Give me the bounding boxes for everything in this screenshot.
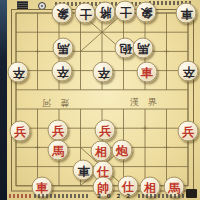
black-elephant-glyph: 象 [140,6,152,18]
piece-red-elephant[interactable]: 相 [91,141,112,162]
corner-logo-icon [186,189,197,198]
piece-black-elephant[interactable]: 象 [52,3,73,24]
black-elephant-glyph: 象 [56,7,68,19]
black-soldier-glyph: 卒 [12,66,24,78]
piece-red-soldier[interactable]: 兵 [10,121,31,142]
river-label-right: 漢界 [130,96,166,109]
piece-red-soldier[interactable]: 兵 [178,121,199,142]
piece-red-soldier[interactable]: 兵 [95,120,116,141]
black-chariot-glyph: 車 [77,164,89,176]
piece-black-chariot[interactable]: 車 [73,160,94,181]
piece-black-horse[interactable]: 馬 [53,38,74,59]
black-horse-glyph: 馬 [57,42,69,54]
piece-red-cannon[interactable]: 炮 [112,140,133,161]
footer-small-text [138,194,184,198]
piece-black-elephant[interactable]: 象 [136,2,157,23]
red-elephant-glyph: 相 [95,145,107,157]
piece-black-advisor[interactable]: 士 [75,3,96,24]
piece-black-soldier[interactable]: 卒 [8,62,29,83]
red-cannon-glyph: 炮 [116,144,128,156]
black-chariot-glyph: 車 [180,7,192,19]
black-advisor-glyph: 士 [119,5,131,17]
black-soldier-glyph: 卒 [97,66,109,78]
red-elephant-glyph: 相 [144,181,156,193]
black-horse-glyph: 馬 [137,42,149,54]
piece-black-horse[interactable]: 馬 [133,38,154,59]
red-chariot-glyph: 車 [141,66,153,78]
piece-black-soldier[interactable]: 卒 [178,61,199,82]
piece-black-soldier[interactable]: 卒 [93,62,114,83]
red-soldier-glyph: 兵 [99,124,111,136]
piece-black-advisor[interactable]: 士 [115,1,136,22]
river-label-left: 楚河 [33,96,69,109]
piece-black-general[interactable]: 將 [95,2,116,23]
black-cannon-glyph: 砲 [119,42,131,54]
piece-red-soldier[interactable]: 兵 [48,120,69,141]
red-horse-glyph: 馬 [52,144,64,156]
xiangqi-photo: 楚河 漢界 象士將士象車馬砲馬卒卒卒車卒兵兵兵兵馬相炮車仕車帥仕相馬 2 0 2… [0,0,200,200]
piece-red-horse[interactable]: 馬 [48,140,69,161]
black-advisor-glyph: 士 [79,7,91,19]
red-chariot-glyph: 車 [36,181,48,193]
red-soldier-glyph: 兵 [52,124,64,136]
red-advisor-glyph: 仕 [122,180,134,192]
black-soldier-glyph: 卒 [56,65,68,77]
black-soldier-glyph: 卒 [182,65,194,77]
black-general-glyph: 將 [99,6,111,18]
footer-year-text: 2 0 2 2 [97,192,132,199]
red-soldier-glyph: 兵 [14,125,26,137]
footer-red-text [9,194,31,198]
red-soldier-glyph: 兵 [182,125,194,137]
piece-black-chariot[interactable]: 車 [176,3,197,24]
red-horse-glyph: 馬 [168,181,180,193]
piece-black-soldier[interactable]: 卒 [52,61,73,82]
red-advisor-glyph: 仕 [97,165,109,177]
piece-red-chariot[interactable]: 車 [137,62,158,83]
footer-small-text [34,194,90,198]
